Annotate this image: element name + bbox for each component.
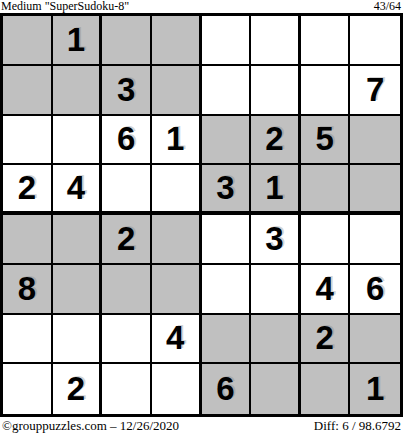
cell-r2c7[interactable] — [301, 66, 351, 116]
cell-r3c2[interactable] — [53, 116, 103, 166]
sudoku-board: 137612524312384642261 — [0, 13, 403, 417]
sudoku-puzzle-page: Medium "SuperSudoku-8" 43/64 13761252431… — [0, 0, 403, 437]
cell-r3c8[interactable] — [350, 116, 400, 166]
cell-r2c3[interactable]: 3 — [102, 66, 152, 116]
cell-r5c1[interactable] — [3, 215, 53, 265]
cell-r5c4[interactable] — [152, 215, 202, 265]
cell-r6c3[interactable] — [102, 265, 152, 315]
cell-r3c7[interactable]: 5 — [301, 116, 351, 166]
cell-r5c2[interactable] — [53, 215, 103, 265]
cell-r2c1[interactable] — [3, 66, 53, 116]
cell-r7c8[interactable] — [350, 315, 400, 365]
cell-r1c7[interactable] — [301, 16, 351, 66]
cell-r1c1[interactable] — [3, 16, 53, 66]
cell-r3c5[interactable] — [202, 116, 252, 166]
cell-r4c2[interactable]: 4 — [53, 165, 103, 215]
cell-r6c5[interactable] — [202, 265, 252, 315]
cell-r4c7[interactable] — [301, 165, 351, 215]
cell-r6c4[interactable] — [152, 265, 202, 315]
copyright-text: ©grouppuzzles.com – 12/26/2020 — [2, 418, 179, 434]
cell-r5c7[interactable] — [301, 215, 351, 265]
puzzle-title: Medium "SuperSudoku-8" — [1, 0, 129, 13]
cell-r8c2[interactable]: 2 — [53, 364, 103, 414]
cell-r7c3[interactable] — [102, 315, 152, 365]
cell-r7c6[interactable] — [251, 315, 301, 365]
cell-r8c7[interactable] — [301, 364, 351, 414]
cell-r1c8[interactable] — [350, 16, 400, 66]
cell-r1c4[interactable] — [152, 16, 202, 66]
cell-r3c3[interactable]: 6 — [102, 116, 152, 166]
header: Medium "SuperSudoku-8" 43/64 — [0, 0, 403, 13]
cell-r6c1[interactable]: 8 — [3, 265, 53, 315]
difficulty-text: Diff: 6 / 98.6792 — [314, 418, 401, 434]
cell-r7c2[interactable] — [53, 315, 103, 365]
cell-r6c8[interactable]: 6 — [350, 265, 400, 315]
cell-r8c8[interactable]: 1 — [350, 364, 400, 414]
cell-r4c8[interactable] — [350, 165, 400, 215]
cell-r5c6[interactable]: 3 — [251, 215, 301, 265]
cell-r4c4[interactable] — [152, 165, 202, 215]
cell-r2c5[interactable] — [202, 66, 252, 116]
cell-r1c5[interactable] — [202, 16, 252, 66]
footer: ©grouppuzzles.com – 12/26/2020 Diff: 6 /… — [0, 417, 403, 437]
cell-r5c3[interactable]: 2 — [102, 215, 152, 265]
cell-r1c6[interactable] — [251, 16, 301, 66]
cell-r2c2[interactable] — [53, 66, 103, 116]
cell-r6c6[interactable] — [251, 265, 301, 315]
cell-r6c7[interactable]: 4 — [301, 265, 351, 315]
cell-r6c2[interactable] — [53, 265, 103, 315]
cell-r4c6[interactable]: 1 — [251, 165, 301, 215]
cell-r7c4[interactable]: 4 — [152, 315, 202, 365]
cell-r8c6[interactable] — [251, 364, 301, 414]
cell-r1c3[interactable] — [102, 16, 152, 66]
cell-r3c6[interactable]: 2 — [251, 116, 301, 166]
cell-r7c7[interactable]: 2 — [301, 315, 351, 365]
cell-r8c1[interactable] — [3, 364, 53, 414]
cell-r2c6[interactable] — [251, 66, 301, 116]
cell-r7c1[interactable] — [3, 315, 53, 365]
cell-r5c8[interactable] — [350, 215, 400, 265]
cell-r2c8[interactable]: 7 — [350, 66, 400, 116]
cells-remaining-counter: 43/64 — [374, 0, 401, 13]
cell-r4c1[interactable]: 2 — [3, 165, 53, 215]
cell-r8c4[interactable] — [152, 364, 202, 414]
cell-r4c5[interactable]: 3 — [202, 165, 252, 215]
cell-r7c5[interactable] — [202, 315, 252, 365]
cell-r4c3[interactable] — [102, 165, 152, 215]
cell-r3c1[interactable] — [3, 116, 53, 166]
cell-r2c4[interactable] — [152, 66, 202, 116]
cell-r5c5[interactable] — [202, 215, 252, 265]
cell-r1c2[interactable]: 1 — [53, 16, 103, 66]
cell-r8c3[interactable] — [102, 364, 152, 414]
cell-r8c5[interactable]: 6 — [202, 364, 252, 414]
cell-r3c4[interactable]: 1 — [152, 116, 202, 166]
